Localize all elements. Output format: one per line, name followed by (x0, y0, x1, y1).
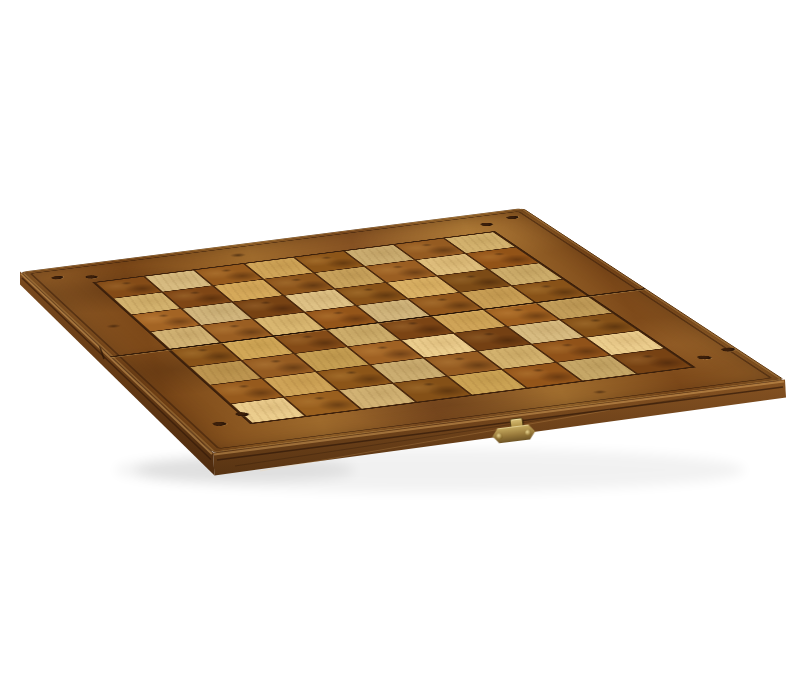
corner-nail (50, 275, 65, 280)
corner-nail (480, 223, 494, 227)
corner-nail (212, 421, 228, 426)
clasp-screw (496, 432, 503, 439)
corner-nail (85, 275, 98, 279)
corner-nail (697, 356, 712, 360)
corner-nail (505, 215, 521, 220)
corner-nail (720, 347, 738, 352)
product-photo (0, 0, 800, 686)
clasp-screw (525, 429, 532, 436)
clasp-plate (492, 424, 537, 444)
